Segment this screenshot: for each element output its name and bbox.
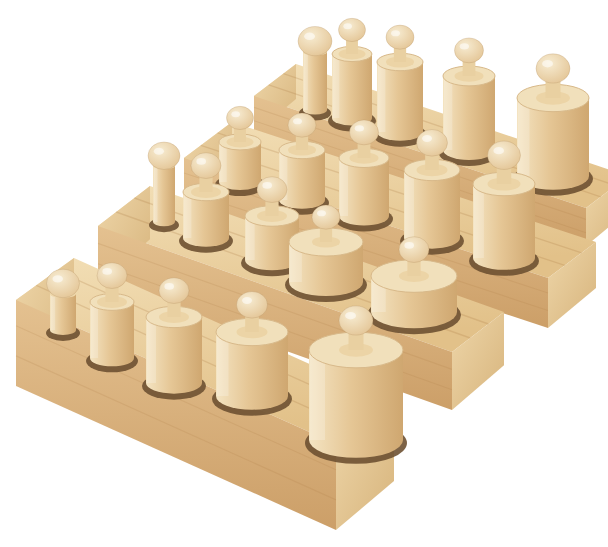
- cylinder-highlight: [184, 194, 191, 238]
- cylinder-highlight: [378, 64, 385, 132]
- knobbed-cylinder-blocks-photo: [0, 0, 608, 547]
- knob-ball-highlight: [493, 147, 504, 154]
- knob-ball-highlight: [317, 210, 326, 216]
- knob-ball-highlight: [196, 158, 206, 165]
- knob-ball: [399, 237, 429, 263]
- knob-ball: [312, 205, 340, 229]
- knob-ball-highlight: [404, 242, 414, 249]
- knob-ball-highlight: [345, 312, 356, 319]
- knob-ball-highlight: [102, 268, 112, 275]
- knob-ball: [191, 153, 221, 179]
- knob-ball: [386, 25, 414, 49]
- knob-ball-highlight: [542, 60, 553, 67]
- knob-ball-highlight: [242, 297, 252, 304]
- knob-ball-highlight: [154, 148, 164, 155]
- block-1-back-cylinder-1: [298, 27, 332, 121]
- knob-ball-highlight: [262, 182, 272, 189]
- knob-ball-highlight: [164, 283, 174, 290]
- cylinder-highlight: [518, 100, 530, 176]
- knob-ball-highlight: [304, 33, 315, 40]
- cylinder-highlight: [304, 54, 308, 110]
- knob-ball: [417, 129, 448, 156]
- cylinder-highlight: [310, 352, 325, 440]
- knob-ball-highlight: [343, 23, 352, 29]
- knob-ball-highlight: [52, 275, 63, 282]
- knob-ball-highlight: [391, 30, 400, 36]
- cylinder-highlight: [217, 334, 229, 396]
- cylinder-highlight: [474, 186, 484, 258]
- knob-ball-highlight: [422, 135, 432, 142]
- knob-ball: [47, 269, 80, 297]
- knob-ball: [339, 306, 373, 335]
- knob-ball-highlight: [293, 118, 302, 124]
- knob-ball-highlight: [460, 43, 469, 49]
- cylinder-highlight: [51, 296, 55, 330]
- cylinder-highlight: [333, 56, 339, 118]
- knob-ball-highlight: [355, 125, 364, 131]
- cylinder-highlight: [405, 172, 414, 238]
- knob-ball: [237, 291, 268, 318]
- knob-ball: [488, 141, 521, 169]
- knob-ball: [536, 54, 570, 83]
- product-photo-stage: [0, 0, 608, 547]
- knob-ball: [257, 177, 287, 203]
- knob-ball: [97, 263, 127, 289]
- knob-ball: [455, 38, 484, 63]
- knob-ball: [350, 120, 379, 145]
- cylinder-highlight: [147, 319, 156, 383]
- knob-ball: [148, 142, 180, 170]
- knob-ball: [288, 113, 316, 137]
- knob-ball: [339, 18, 366, 41]
- knob-ball: [298, 27, 332, 56]
- knob-ball: [227, 106, 254, 129]
- cylinder-highlight: [91, 304, 98, 358]
- block-4-front-cylinder-1: [46, 269, 80, 341]
- cylinder-highlight: [340, 160, 348, 216]
- knob-ball: [159, 278, 189, 304]
- knob-ball-highlight: [231, 111, 240, 117]
- cylinder-highlight: [246, 218, 255, 260]
- cylinder-highlight: [154, 168, 158, 222]
